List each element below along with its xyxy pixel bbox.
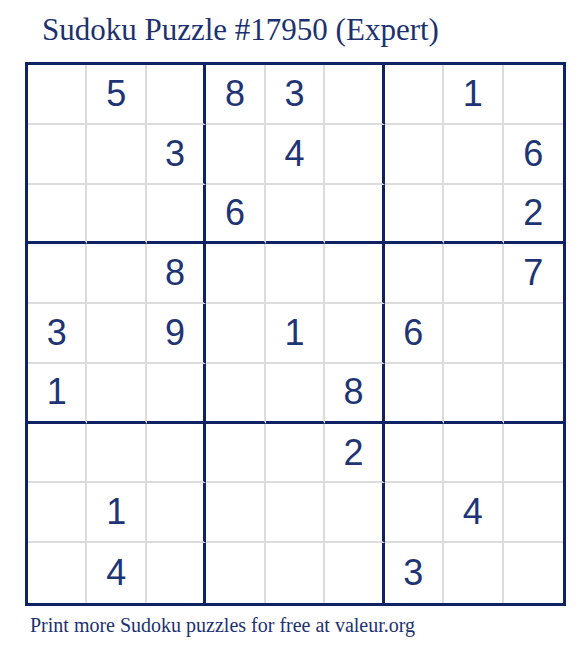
cell-r2c3[interactable]: 3 — [147, 125, 206, 185]
cell-r4c3[interactable]: 8 — [147, 244, 206, 304]
cell-r4c2[interactable] — [87, 244, 146, 304]
cell-r6c2[interactable] — [87, 364, 146, 424]
cell-r5c6[interactable] — [325, 304, 384, 364]
cell-r8c7[interactable] — [385, 483, 444, 543]
cell-r3c9[interactable]: 2 — [504, 185, 563, 245]
cell-r8c2[interactable]: 1 — [87, 483, 146, 543]
cell-r2c5[interactable]: 4 — [266, 125, 325, 185]
cell-r8c4[interactable] — [206, 483, 265, 543]
cell-r9c4[interactable] — [206, 543, 265, 603]
cell-r6c9[interactable] — [504, 364, 563, 424]
cell-r7c9[interactable] — [504, 424, 563, 484]
cell-r5c2[interactable] — [87, 304, 146, 364]
cell-r5c4[interactable] — [206, 304, 265, 364]
cell-r1c7[interactable] — [385, 65, 444, 125]
cell-r3c7[interactable] — [385, 185, 444, 245]
cell-r6c4[interactable] — [206, 364, 265, 424]
cell-r8c1[interactable] — [28, 483, 87, 543]
cell-r9c3[interactable] — [147, 543, 206, 603]
cell-r2c7[interactable] — [385, 125, 444, 185]
cell-r9c8[interactable] — [444, 543, 503, 603]
cell-r4c5[interactable] — [266, 244, 325, 304]
cell-r1c6[interactable] — [325, 65, 384, 125]
cell-r2c1[interactable] — [28, 125, 87, 185]
cell-r7c1[interactable] — [28, 424, 87, 484]
sudoku-grid: 5831346628739161821443 — [25, 62, 566, 606]
cell-r8c9[interactable] — [504, 483, 563, 543]
footer-text: Print more Sudoku puzzles for free at va… — [30, 614, 415, 637]
cell-r8c6[interactable] — [325, 483, 384, 543]
cell-r7c3[interactable] — [147, 424, 206, 484]
sudoku-page: Sudoku Puzzle #17950 (Expert) 5831346628… — [0, 0, 580, 651]
cell-r5c3[interactable]: 9 — [147, 304, 206, 364]
cell-r7c2[interactable] — [87, 424, 146, 484]
cell-r8c8[interactable]: 4 — [444, 483, 503, 543]
cell-r9c1[interactable] — [28, 543, 87, 603]
cell-r7c5[interactable] — [266, 424, 325, 484]
cell-r3c5[interactable] — [266, 185, 325, 245]
cell-r9c9[interactable] — [504, 543, 563, 603]
cell-r3c3[interactable] — [147, 185, 206, 245]
cell-r2c4[interactable] — [206, 125, 265, 185]
cell-r3c6[interactable] — [325, 185, 384, 245]
cell-r4c4[interactable] — [206, 244, 265, 304]
cell-r3c2[interactable] — [87, 185, 146, 245]
cell-r9c5[interactable] — [266, 543, 325, 603]
cell-r7c4[interactable] — [206, 424, 265, 484]
cell-r7c7[interactable] — [385, 424, 444, 484]
cell-r8c5[interactable] — [266, 483, 325, 543]
cell-r8c3[interactable] — [147, 483, 206, 543]
cell-r5c7[interactable]: 6 — [385, 304, 444, 364]
cell-r9c7[interactable]: 3 — [385, 543, 444, 603]
cell-r1c2[interactable]: 5 — [87, 65, 146, 125]
cell-r1c3[interactable] — [147, 65, 206, 125]
cell-r7c6[interactable]: 2 — [325, 424, 384, 484]
cell-r2c6[interactable] — [325, 125, 384, 185]
cell-r7c8[interactable] — [444, 424, 503, 484]
cell-r9c6[interactable] — [325, 543, 384, 603]
cell-r5c9[interactable] — [504, 304, 563, 364]
cell-r6c7[interactable] — [385, 364, 444, 424]
cell-r1c4[interactable]: 8 — [206, 65, 265, 125]
cell-r5c1[interactable]: 3 — [28, 304, 87, 364]
cell-r6c1[interactable]: 1 — [28, 364, 87, 424]
cell-r5c8[interactable] — [444, 304, 503, 364]
cell-r4c6[interactable] — [325, 244, 384, 304]
cell-r4c9[interactable]: 7 — [504, 244, 563, 304]
page-title: Sudoku Puzzle #17950 (Expert) — [42, 12, 439, 48]
cell-r6c8[interactable] — [444, 364, 503, 424]
cell-r3c4[interactable]: 6 — [206, 185, 265, 245]
cell-r2c8[interactable] — [444, 125, 503, 185]
cell-r6c5[interactable] — [266, 364, 325, 424]
cell-r6c3[interactable] — [147, 364, 206, 424]
cell-r3c1[interactable] — [28, 185, 87, 245]
cell-r2c2[interactable] — [87, 125, 146, 185]
cell-r9c2[interactable]: 4 — [87, 543, 146, 603]
cell-r1c9[interactable] — [504, 65, 563, 125]
cell-r3c8[interactable] — [444, 185, 503, 245]
cell-r1c1[interactable] — [28, 65, 87, 125]
cell-r1c8[interactable]: 1 — [444, 65, 503, 125]
cell-r4c1[interactable] — [28, 244, 87, 304]
cell-r1c5[interactable]: 3 — [266, 65, 325, 125]
cell-r6c6[interactable]: 8 — [325, 364, 384, 424]
cell-r4c8[interactable] — [444, 244, 503, 304]
cell-r5c5[interactable]: 1 — [266, 304, 325, 364]
cell-r4c7[interactable] — [385, 244, 444, 304]
cell-r2c9[interactable]: 6 — [504, 125, 563, 185]
